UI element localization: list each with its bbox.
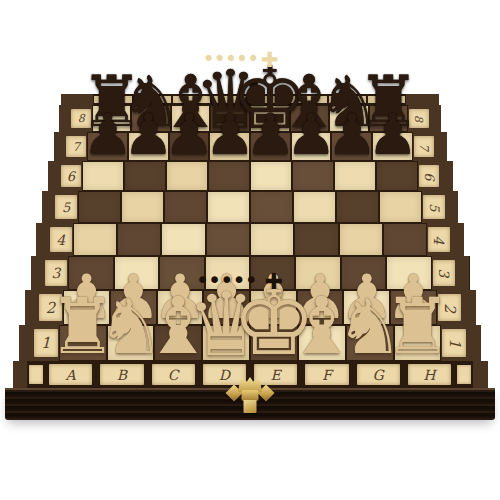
square-a4[interactable] — [74, 224, 116, 255]
frame-edge — [430, 105, 441, 132]
frame-edge — [42, 191, 54, 223]
frame-edge — [36, 223, 49, 256]
frame-edge — [13, 361, 27, 388]
king-cross-icon: ✚ — [265, 270, 283, 292]
frame-edge — [31, 256, 44, 290]
pawn-glyph: ♟ — [367, 106, 418, 163]
board-row: 44 — [36, 223, 464, 256]
frame-edge — [451, 223, 464, 256]
square-f5[interactable] — [294, 192, 335, 222]
square-h4[interactable] — [384, 224, 426, 255]
piece-white-rook[interactable]: ♜ — [383, 288, 452, 365]
frame-edge — [61, 94, 72, 105]
rank-label-5: 5 — [55, 195, 76, 219]
frame-edge — [19, 325, 33, 361]
square-d5[interactable] — [208, 192, 249, 222]
square-a5[interactable] — [79, 192, 120, 222]
rank-label-cell: 5 — [422, 191, 445, 223]
rank-label-6: 6 — [419, 165, 440, 187]
square-c5[interactable] — [165, 192, 206, 222]
rank-label-cell: 6 — [60, 161, 83, 191]
square-e4[interactable] — [251, 224, 293, 255]
frame-edge — [462, 290, 476, 325]
rank-label-5: 5 — [423, 195, 444, 219]
piece-black-pawn[interactable]: ♟ — [367, 106, 418, 163]
frame-corner-cell — [457, 365, 471, 384]
square-e5[interactable] — [251, 192, 292, 222]
frame-edge — [440, 161, 452, 191]
frame-edge — [456, 256, 469, 290]
brass-clasp-icon — [227, 377, 273, 415]
frame-edge — [25, 290, 39, 325]
frame-edge — [59, 105, 70, 132]
square-c4[interactable] — [162, 224, 204, 255]
rank-label-cell: 4 — [49, 223, 73, 256]
rank-label-4: 4 — [428, 227, 450, 252]
rank-label-4: 4 — [50, 227, 72, 252]
square-b5[interactable] — [122, 192, 163, 222]
rank-label-6: 6 — [61, 165, 82, 187]
square-b4[interactable] — [118, 224, 160, 255]
square-g4[interactable] — [340, 224, 382, 255]
frame-edge — [428, 94, 439, 105]
clasp-pendant-icon — [244, 400, 257, 413]
rank-label-cell: 4 — [427, 223, 451, 256]
rank-label-cell: 5 — [54, 191, 77, 223]
square-f4[interactable] — [295, 224, 337, 255]
frame-edge — [48, 161, 60, 191]
frame-corner-cell — [29, 365, 43, 384]
square-h5[interactable] — [380, 192, 421, 222]
frame-edge — [473, 361, 487, 388]
square-d4[interactable] — [207, 224, 249, 255]
square-g5[interactable] — [337, 192, 378, 222]
rank-label-cell: 6 — [418, 161, 441, 191]
frame-edge — [54, 132, 66, 161]
photo-stage: 8877665544332211ABCDEFGH ♜♞♝•••••♛✚♚♝♞♜♟… — [0, 0, 500, 500]
board-row: 55 — [42, 191, 458, 223]
rook-glyph: ♜ — [383, 288, 452, 365]
frame-edge — [446, 191, 458, 223]
frame-edge — [435, 132, 447, 161]
frame-edge — [467, 325, 481, 361]
